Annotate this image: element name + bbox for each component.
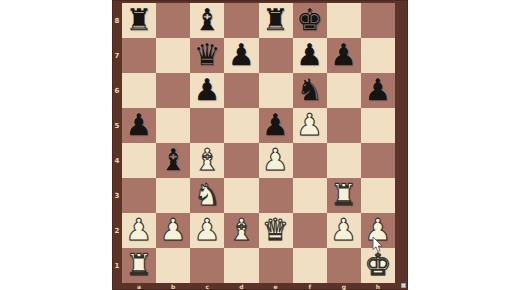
rank-label-5: 5 bbox=[112, 108, 122, 143]
square-e4[interactable]: ♟ bbox=[259, 143, 293, 178]
square-f7[interactable]: ♟ bbox=[293, 38, 327, 73]
square-h2[interactable]: ♟ bbox=[361, 213, 395, 248]
square-d4[interactable] bbox=[224, 143, 258, 178]
square-e2[interactable]: ♛ bbox=[259, 213, 293, 248]
square-d8[interactable] bbox=[224, 3, 258, 38]
square-c8[interactable]: ♝ bbox=[190, 3, 224, 38]
square-f3[interactable] bbox=[293, 178, 327, 213]
piece-black-pawn-g7[interactable]: ♟ bbox=[330, 40, 357, 70]
piece-black-queen-c7[interactable]: ♛ bbox=[194, 40, 221, 70]
piece-white-pawn-c2[interactable]: ♟ bbox=[194, 215, 221, 245]
square-f4[interactable] bbox=[293, 143, 327, 178]
square-d7[interactable]: ♟ bbox=[224, 38, 258, 73]
square-d2[interactable]: ♝ bbox=[224, 213, 258, 248]
square-b2[interactable]: ♟ bbox=[156, 213, 190, 248]
square-g7[interactable]: ♟ bbox=[327, 38, 361, 73]
square-c2[interactable]: ♟ bbox=[190, 213, 224, 248]
piece-white-pawn-f5[interactable]: ♟ bbox=[296, 110, 323, 140]
file-label-a: a bbox=[122, 283, 156, 290]
square-h6[interactable]: ♟ bbox=[361, 73, 395, 108]
piece-white-king-h1[interactable]: ♚ bbox=[364, 250, 391, 280]
square-e1[interactable] bbox=[259, 248, 293, 283]
square-a4[interactable] bbox=[122, 143, 156, 178]
piece-white-bishop-c4[interactable]: ♝ bbox=[194, 145, 221, 175]
file-label-d: d bbox=[224, 283, 258, 290]
file-label-b: b bbox=[156, 283, 190, 290]
square-g3[interactable]: ♜ bbox=[327, 178, 361, 213]
piece-white-rook-g3[interactable]: ♜ bbox=[330, 180, 357, 210]
square-c5[interactable] bbox=[190, 108, 224, 143]
rank-label-1: 1 bbox=[112, 248, 122, 283]
square-g2[interactable]: ♟ bbox=[327, 213, 361, 248]
piece-white-queen-e2[interactable]: ♛ bbox=[262, 215, 289, 245]
square-h1[interactable]: ♚ bbox=[361, 248, 395, 283]
square-f1[interactable] bbox=[293, 248, 327, 283]
square-a2[interactable]: ♟ bbox=[122, 213, 156, 248]
square-f8[interactable]: ♚ bbox=[293, 3, 327, 38]
square-a8[interactable]: ♜ bbox=[122, 3, 156, 38]
piece-white-pawn-b2[interactable]: ♟ bbox=[160, 215, 187, 245]
square-a3[interactable] bbox=[122, 178, 156, 213]
piece-black-pawn-d7[interactable]: ♟ bbox=[228, 40, 255, 70]
square-g6[interactable] bbox=[327, 73, 361, 108]
piece-white-rook-a1[interactable]: ♜ bbox=[126, 250, 153, 280]
square-g1[interactable] bbox=[327, 248, 361, 283]
square-h4[interactable] bbox=[361, 143, 395, 178]
file-label-g: g bbox=[327, 283, 361, 290]
piece-black-rook-e8[interactable]: ♜ bbox=[262, 5, 289, 35]
piece-black-pawn-h6[interactable]: ♟ bbox=[364, 75, 391, 105]
square-c1[interactable] bbox=[190, 248, 224, 283]
file-label-h: h bbox=[361, 283, 395, 290]
file-label-c: c bbox=[190, 283, 224, 290]
piece-black-pawn-a5[interactable]: ♟ bbox=[126, 110, 153, 140]
square-e5[interactable]: ♟ bbox=[259, 108, 293, 143]
square-b1[interactable] bbox=[156, 248, 190, 283]
square-h5[interactable] bbox=[361, 108, 395, 143]
chess-board: 87654321 ♜♝♜♚♛♟♟♟♟♞♟♟♟♟♝♝♟♞♜♟♟♟♝♛♟♟♜♚ ab… bbox=[112, 0, 408, 290]
square-h3[interactable] bbox=[361, 178, 395, 213]
square-e6[interactable] bbox=[259, 73, 293, 108]
rank-labels: 87654321 bbox=[112, 3, 122, 283]
square-d6[interactable] bbox=[224, 73, 258, 108]
square-d5[interactable] bbox=[224, 108, 258, 143]
piece-black-rook-a8[interactable]: ♜ bbox=[126, 5, 153, 35]
square-b4[interactable]: ♝ bbox=[156, 143, 190, 178]
square-e7[interactable] bbox=[259, 38, 293, 73]
resize-handle[interactable] bbox=[401, 283, 406, 288]
piece-white-pawn-a2[interactable]: ♟ bbox=[126, 215, 153, 245]
rank-label-8: 8 bbox=[112, 3, 122, 38]
square-g8[interactable] bbox=[327, 3, 361, 38]
rank-label-4: 4 bbox=[112, 143, 122, 178]
square-a7[interactable] bbox=[122, 38, 156, 73]
square-f5[interactable]: ♟ bbox=[293, 108, 327, 143]
piece-black-pawn-e5[interactable]: ♟ bbox=[262, 110, 289, 140]
piece-black-king-f8[interactable]: ♚ bbox=[296, 5, 323, 35]
piece-white-bishop-d2[interactable]: ♝ bbox=[228, 215, 255, 245]
square-b3[interactable] bbox=[156, 178, 190, 213]
piece-white-knight-c3[interactable]: ♞ bbox=[194, 180, 221, 210]
square-c3[interactable]: ♞ bbox=[190, 178, 224, 213]
square-a1[interactable]: ♜ bbox=[122, 248, 156, 283]
square-f6[interactable]: ♞ bbox=[293, 73, 327, 108]
square-b7[interactable] bbox=[156, 38, 190, 73]
piece-white-pawn-g2[interactable]: ♟ bbox=[330, 215, 357, 245]
square-b8[interactable] bbox=[156, 3, 190, 38]
square-b6[interactable] bbox=[156, 73, 190, 108]
piece-black-pawn-f7[interactable]: ♟ bbox=[296, 40, 323, 70]
piece-black-bishop-b4[interactable]: ♝ bbox=[160, 145, 187, 175]
piece-black-bishop-c8[interactable]: ♝ bbox=[194, 5, 221, 35]
piece-black-pawn-c6[interactable]: ♟ bbox=[194, 75, 221, 105]
square-b5[interactable] bbox=[156, 108, 190, 143]
piece-white-pawn-e4[interactable]: ♟ bbox=[262, 145, 289, 175]
rank-label-2: 2 bbox=[112, 213, 122, 248]
square-d3[interactable] bbox=[224, 178, 258, 213]
rank-label-6: 6 bbox=[112, 73, 122, 108]
square-f2[interactable] bbox=[293, 213, 327, 248]
file-label-e: e bbox=[259, 283, 293, 290]
square-c7[interactable]: ♛ bbox=[190, 38, 224, 73]
piece-white-pawn-h2[interactable]: ♟ bbox=[364, 215, 391, 245]
square-e3[interactable] bbox=[259, 178, 293, 213]
page-canvas: 87654321 ♜♝♜♚♛♟♟♟♟♞♟♟♟♟♝♝♟♞♜♟♟♟♝♛♟♟♜♚ ab… bbox=[0, 0, 516, 290]
square-e8[interactable]: ♜ bbox=[259, 3, 293, 38]
square-a6[interactable] bbox=[122, 73, 156, 108]
square-h8[interactable] bbox=[361, 3, 395, 38]
square-h7[interactable] bbox=[361, 38, 395, 73]
file-labels: abcdefgh bbox=[122, 283, 395, 290]
square-a5[interactable]: ♟ bbox=[122, 108, 156, 143]
square-c6[interactable]: ♟ bbox=[190, 73, 224, 108]
square-d1[interactable] bbox=[224, 248, 258, 283]
board-grid: ♜♝♜♚♛♟♟♟♟♞♟♟♟♟♝♝♟♞♜♟♟♟♝♛♟♟♜♚ bbox=[122, 3, 395, 283]
square-g5[interactable] bbox=[327, 108, 361, 143]
square-g4[interactable] bbox=[327, 143, 361, 178]
square-c4[interactable]: ♝ bbox=[190, 143, 224, 178]
rank-label-3: 3 bbox=[112, 178, 122, 213]
file-label-f: f bbox=[293, 283, 327, 290]
piece-black-knight-f6[interactable]: ♞ bbox=[296, 75, 323, 105]
rank-label-7: 7 bbox=[112, 38, 122, 73]
